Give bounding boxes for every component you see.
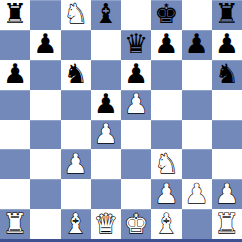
square-e2[interactable]: [121, 179, 151, 209]
square-b5[interactable]: [30, 90, 60, 120]
square-f8[interactable]: ♚: [151, 0, 181, 30]
square-h2[interactable]: ♟: [212, 179, 242, 209]
black-king: ♚: [154, 0, 178, 27]
square-g5[interactable]: [182, 90, 212, 120]
square-c7[interactable]: [61, 30, 91, 60]
black-pawn: ♟: [33, 30, 57, 57]
square-f2[interactable]: ♟: [151, 179, 181, 209]
square-h4[interactable]: [212, 120, 242, 150]
white-pawn: ♟: [124, 90, 148, 117]
black-queen: ♛: [124, 30, 148, 57]
square-b6[interactable]: [30, 60, 60, 90]
square-a6[interactable]: ♟: [0, 60, 30, 90]
white-pawn: ♟: [154, 180, 178, 207]
square-b3[interactable]: [30, 149, 60, 179]
square-h3[interactable]: [212, 149, 242, 179]
white-knight: ♞: [154, 150, 178, 177]
white-queen: ♛: [94, 210, 118, 237]
chess-board: ♜♞♝♚♜♟♛♟♟♟♟♞♟♞♟♟♟♟♞♟♟♟♜♝♛♚♝♜: [0, 0, 242, 242]
square-b8[interactable]: [30, 0, 60, 30]
square-f5[interactable]: [151, 90, 181, 120]
black-knight: ♞: [215, 60, 239, 87]
black-rook: ♜: [215, 0, 239, 27]
white-pawn: ♟: [94, 120, 118, 147]
square-d2[interactable]: [91, 179, 121, 209]
square-g6[interactable]: [182, 60, 212, 90]
square-g1[interactable]: [182, 209, 212, 239]
square-g4[interactable]: [182, 120, 212, 150]
white-knight: ♞: [64, 0, 88, 27]
white-pawn: ♟: [215, 180, 239, 207]
square-h8[interactable]: ♜: [212, 0, 242, 30]
square-g8[interactable]: [182, 0, 212, 30]
square-e8[interactable]: [121, 0, 151, 30]
square-c3[interactable]: ♟: [61, 149, 91, 179]
square-g2[interactable]: ♟: [182, 179, 212, 209]
square-d4[interactable]: ♟: [91, 120, 121, 150]
black-bishop: ♝: [94, 0, 118, 27]
square-a8[interactable]: ♜: [0, 0, 30, 30]
square-b4[interactable]: [30, 120, 60, 150]
square-h6[interactable]: ♞: [212, 60, 242, 90]
square-f6[interactable]: [151, 60, 181, 90]
square-g3[interactable]: [182, 149, 212, 179]
square-a4[interactable]: [0, 120, 30, 150]
square-a2[interactable]: [0, 179, 30, 209]
square-e7[interactable]: ♛: [121, 30, 151, 60]
square-e3[interactable]: [121, 149, 151, 179]
white-pawn: ♟: [185, 180, 209, 207]
white-rook: ♜: [3, 210, 27, 237]
white-bishop: ♝: [154, 210, 178, 237]
square-e4[interactable]: [121, 120, 151, 150]
square-c1[interactable]: ♝: [61, 209, 91, 239]
square-c2[interactable]: [61, 179, 91, 209]
black-pawn: ♟: [154, 30, 178, 57]
square-h5[interactable]: [212, 90, 242, 120]
black-pawn: ♟: [3, 60, 27, 87]
square-g7[interactable]: ♟: [182, 30, 212, 60]
square-f7[interactable]: ♟: [151, 30, 181, 60]
square-h7[interactable]: ♟: [212, 30, 242, 60]
black-rook: ♜: [3, 0, 27, 27]
square-e6[interactable]: ♟: [121, 60, 151, 90]
square-a5[interactable]: [0, 90, 30, 120]
white-king: ♚: [124, 210, 148, 237]
square-d8[interactable]: ♝: [91, 0, 121, 30]
square-h1[interactable]: ♜: [212, 209, 242, 239]
square-d6[interactable]: [91, 60, 121, 90]
square-c4[interactable]: [61, 120, 91, 150]
black-pawn: ♟: [94, 90, 118, 117]
square-b1[interactable]: [30, 209, 60, 239]
square-a3[interactable]: [0, 149, 30, 179]
square-d5[interactable]: ♟: [91, 90, 121, 120]
square-d3[interactable]: [91, 149, 121, 179]
square-c6[interactable]: ♞: [61, 60, 91, 90]
square-a1[interactable]: ♜: [0, 209, 30, 239]
square-f4[interactable]: [151, 120, 181, 150]
square-b7[interactable]: ♟: [30, 30, 60, 60]
white-pawn: ♟: [64, 150, 88, 177]
square-a7[interactable]: [0, 30, 30, 60]
black-pawn: ♟: [124, 60, 148, 87]
square-d7[interactable]: [91, 30, 121, 60]
square-c8[interactable]: ♞: [61, 0, 91, 30]
black-pawn: ♟: [185, 30, 209, 57]
square-b2[interactable]: [30, 179, 60, 209]
square-f3[interactable]: ♞: [151, 149, 181, 179]
square-e1[interactable]: ♚: [121, 209, 151, 239]
square-e5[interactable]: ♟: [121, 90, 151, 120]
black-knight: ♞: [64, 60, 88, 87]
white-bishop: ♝: [64, 210, 88, 237]
square-c5[interactable]: [61, 90, 91, 120]
square-d1[interactable]: ♛: [91, 209, 121, 239]
black-pawn: ♟: [215, 30, 239, 57]
white-rook: ♜: [215, 210, 239, 237]
square-f1[interactable]: ♝: [151, 209, 181, 239]
